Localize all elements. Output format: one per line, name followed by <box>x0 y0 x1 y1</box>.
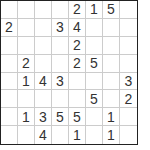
grid-cell[interactable]: 1 <box>69 126 86 144</box>
grid-cell[interactable] <box>18 126 35 144</box>
grid-cell[interactable] <box>86 73 103 91</box>
grid-cell[interactable] <box>1 73 18 91</box>
grid-cell[interactable] <box>1 126 18 144</box>
grid-cell[interactable] <box>120 19 137 37</box>
grid-cell[interactable] <box>103 90 120 108</box>
grid-cell[interactable] <box>1 90 18 108</box>
grid-cell[interactable] <box>120 108 137 126</box>
grid-cell[interactable]: 2 <box>120 90 137 108</box>
grid-cell[interactable]: 2 <box>69 1 86 19</box>
grid-cell[interactable] <box>120 37 137 55</box>
grid-cell[interactable] <box>86 37 103 55</box>
grid-cell[interactable] <box>35 1 52 19</box>
cell-digit: 2 <box>125 92 133 106</box>
grid-cell[interactable]: 4 <box>69 19 86 37</box>
cell-digit: 1 <box>107 110 115 124</box>
cell-digit: 1 <box>90 2 98 16</box>
grid-cell[interactable] <box>120 1 137 19</box>
cell-digit: 4 <box>73 20 81 34</box>
grid-cell[interactable]: 5 <box>69 108 86 126</box>
cell-digit: 5 <box>90 92 98 106</box>
grid-cell[interactable] <box>69 73 86 91</box>
cell-digit: 5 <box>73 110 81 124</box>
grid-cell[interactable]: 4 <box>35 126 52 144</box>
cell-digit: 2 <box>73 2 81 16</box>
grid-cell[interactable]: 1 <box>103 126 120 144</box>
grid-cell[interactable] <box>35 90 52 108</box>
grid-cell[interactable] <box>86 108 103 126</box>
grid-cell[interactable] <box>1 1 18 19</box>
grid-cell[interactable] <box>35 19 52 37</box>
grid-cell[interactable]: 5 <box>86 55 103 73</box>
cell-digit: 3 <box>125 74 133 88</box>
cell-digit: 1 <box>107 128 115 142</box>
cell-digit: 4 <box>39 74 47 88</box>
grid-cell[interactable] <box>120 55 137 73</box>
grid-cell[interactable] <box>86 19 103 37</box>
puzzle-board: 215234222514335213551411 <box>0 0 138 145</box>
grid-cell[interactable] <box>69 90 86 108</box>
grid-cell[interactable]: 5 <box>86 90 103 108</box>
grid-cell[interactable]: 2 <box>69 37 86 55</box>
grid-cell[interactable]: 3 <box>35 108 52 126</box>
cell-digit: 2 <box>5 20 13 34</box>
grid-cell[interactable] <box>103 73 120 91</box>
grid-cell[interactable]: 1 <box>18 108 35 126</box>
grid-cell[interactable] <box>52 126 69 144</box>
grid-cell[interactable]: 2 <box>18 55 35 73</box>
cell-digit: 3 <box>56 20 64 34</box>
cell-digit: 1 <box>22 110 30 124</box>
cell-digit: 5 <box>90 56 98 70</box>
grid-cell[interactable] <box>1 37 18 55</box>
grid-cell[interactable] <box>52 55 69 73</box>
cell-digit: 1 <box>73 128 81 142</box>
cell-digit: 4 <box>39 128 47 142</box>
grid-cell[interactable]: 1 <box>86 1 103 19</box>
cell-digit: 3 <box>56 74 64 88</box>
grid-cell[interactable] <box>18 90 35 108</box>
grid-cell[interactable]: 3 <box>52 73 69 91</box>
grid-cell[interactable]: 5 <box>103 1 120 19</box>
grid-cell[interactable] <box>35 37 52 55</box>
grid-cell[interactable]: 2 <box>1 19 18 37</box>
grid-cell[interactable] <box>52 1 69 19</box>
grid-cell[interactable] <box>1 108 18 126</box>
grid-cell[interactable] <box>103 19 120 37</box>
grid-cell[interactable] <box>18 1 35 19</box>
grid-cell[interactable] <box>35 55 52 73</box>
cell-digit: 1 <box>22 74 30 88</box>
grid-cell[interactable] <box>52 37 69 55</box>
grid-cell[interactable] <box>103 55 120 73</box>
grid-cell[interactable] <box>1 55 18 73</box>
cell-digit: 5 <box>56 110 64 124</box>
grid-cell[interactable] <box>86 126 103 144</box>
grid-cell[interactable]: 4 <box>35 73 52 91</box>
grid-cell[interactable]: 3 <box>120 73 137 91</box>
cell-digit: 3 <box>39 110 47 124</box>
grid-cell[interactable]: 1 <box>18 73 35 91</box>
cell-digit: 2 <box>22 56 30 70</box>
grid-cell[interactable] <box>18 19 35 37</box>
grid-cell[interactable]: 2 <box>69 55 86 73</box>
grid-cell[interactable] <box>103 37 120 55</box>
grid-cell[interactable]: 1 <box>103 108 120 126</box>
grid-cell[interactable]: 3 <box>52 19 69 37</box>
cell-digit: 5 <box>107 2 115 16</box>
cell-digit: 2 <box>73 38 81 52</box>
cell-digit: 2 <box>73 56 81 70</box>
grid-cell[interactable] <box>18 37 35 55</box>
grid-cell[interactable] <box>52 90 69 108</box>
grid-cell[interactable] <box>120 126 137 144</box>
grid-cell[interactable]: 5 <box>52 108 69 126</box>
